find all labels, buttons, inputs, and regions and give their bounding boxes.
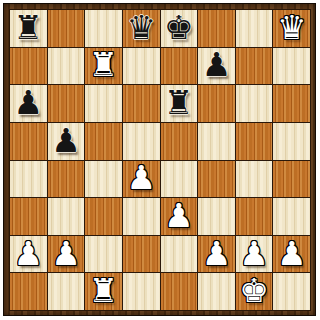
square-d3[interactable] xyxy=(123,198,160,235)
square-g7[interactable] xyxy=(236,48,273,85)
square-f4[interactable] xyxy=(198,161,235,198)
square-c6[interactable] xyxy=(85,85,122,122)
piece-white-rook[interactable]: ♜ xyxy=(89,274,119,307)
piece-white-pawn[interactable]: ♟ xyxy=(126,161,156,194)
square-g6[interactable] xyxy=(236,85,273,122)
piece-white-pawn[interactable]: ♟ xyxy=(51,237,81,270)
square-c2[interactable] xyxy=(85,236,122,273)
square-g3[interactable] xyxy=(236,198,273,235)
square-b2[interactable]: ♟ xyxy=(48,236,85,273)
square-h1[interactable] xyxy=(273,273,310,310)
piece-white-pawn[interactable]: ♟ xyxy=(202,237,232,270)
piece-white-pawn[interactable]: ♟ xyxy=(14,237,44,270)
square-h2[interactable]: ♟ xyxy=(273,236,310,273)
square-h4[interactable] xyxy=(273,161,310,198)
square-a3[interactable] xyxy=(10,198,47,235)
piece-black-queen[interactable]: ♛ xyxy=(126,11,156,44)
square-a1[interactable] xyxy=(10,273,47,310)
square-a6[interactable]: ♟ xyxy=(10,85,47,122)
square-e5[interactable] xyxy=(161,123,198,160)
square-d2[interactable] xyxy=(123,236,160,273)
square-f8[interactable] xyxy=(198,10,235,47)
square-b1[interactable] xyxy=(48,273,85,310)
piece-black-king[interactable]: ♚ xyxy=(164,11,194,44)
piece-white-queen[interactable]: ♛ xyxy=(277,11,307,44)
square-d1[interactable] xyxy=(123,273,160,310)
square-a2[interactable]: ♟ xyxy=(10,236,47,273)
square-c1[interactable]: ♜ xyxy=(85,273,122,310)
square-g4[interactable] xyxy=(236,161,273,198)
square-a5[interactable] xyxy=(10,123,47,160)
square-e6[interactable]: ♜ xyxy=(161,85,198,122)
square-d6[interactable] xyxy=(123,85,160,122)
square-b4[interactable] xyxy=(48,161,85,198)
square-e1[interactable] xyxy=(161,273,198,310)
piece-black-rook[interactable]: ♜ xyxy=(14,11,44,44)
square-h3[interactable] xyxy=(273,198,310,235)
square-e2[interactable] xyxy=(161,236,198,273)
square-d5[interactable] xyxy=(123,123,160,160)
square-b3[interactable] xyxy=(48,198,85,235)
square-f2[interactable]: ♟ xyxy=(198,236,235,273)
square-g5[interactable] xyxy=(236,123,273,160)
square-a8[interactable]: ♜ xyxy=(10,10,47,47)
piece-black-pawn[interactable]: ♟ xyxy=(51,124,81,157)
square-h7[interactable] xyxy=(273,48,310,85)
square-f7[interactable]: ♟ xyxy=(198,48,235,85)
square-g2[interactable]: ♟ xyxy=(236,236,273,273)
square-a7[interactable] xyxy=(10,48,47,85)
square-f6[interactable] xyxy=(198,85,235,122)
square-c5[interactable] xyxy=(85,123,122,160)
square-c3[interactable] xyxy=(85,198,122,235)
square-d7[interactable] xyxy=(123,48,160,85)
square-g1[interactable]: ♚ xyxy=(236,273,273,310)
square-e7[interactable] xyxy=(161,48,198,85)
piece-white-pawn[interactable]: ♟ xyxy=(164,199,194,232)
square-b7[interactable] xyxy=(48,48,85,85)
square-f1[interactable] xyxy=(198,273,235,310)
square-h8[interactable]: ♛ xyxy=(273,10,310,47)
square-d4[interactable]: ♟ xyxy=(123,161,160,198)
piece-white-pawn[interactable]: ♟ xyxy=(239,237,269,270)
square-h5[interactable] xyxy=(273,123,310,160)
piece-black-rook[interactable]: ♜ xyxy=(164,86,194,119)
square-f3[interactable] xyxy=(198,198,235,235)
square-c7[interactable]: ♜ xyxy=(85,48,122,85)
square-g8[interactable] xyxy=(236,10,273,47)
square-a4[interactable] xyxy=(10,161,47,198)
square-e3[interactable]: ♟ xyxy=(161,198,198,235)
screenshot-root: ♜♛♚♛♜♟♟♜♟♟♟♟♟♟♟♟♜♚ xyxy=(0,0,320,320)
piece-black-pawn[interactable]: ♟ xyxy=(14,86,44,119)
square-f5[interactable] xyxy=(198,123,235,160)
square-b8[interactable] xyxy=(48,10,85,47)
square-d8[interactable]: ♛ xyxy=(123,10,160,47)
piece-white-king[interactable]: ♚ xyxy=(239,274,269,307)
chess-board: ♜♛♚♛♜♟♟♜♟♟♟♟♟♟♟♟♜♚ xyxy=(9,9,311,311)
piece-white-pawn[interactable]: ♟ xyxy=(277,237,307,270)
piece-black-pawn[interactable]: ♟ xyxy=(202,48,232,81)
board-frame: ♜♛♚♛♜♟♟♜♟♟♟♟♟♟♟♟♜♚ xyxy=(3,3,316,316)
square-e8[interactable]: ♚ xyxy=(161,10,198,47)
piece-white-rook[interactable]: ♜ xyxy=(89,48,119,81)
square-h6[interactable] xyxy=(273,85,310,122)
square-c8[interactable] xyxy=(85,10,122,47)
square-b6[interactable] xyxy=(48,85,85,122)
square-e4[interactable] xyxy=(161,161,198,198)
square-b5[interactable]: ♟ xyxy=(48,123,85,160)
square-c4[interactable] xyxy=(85,161,122,198)
